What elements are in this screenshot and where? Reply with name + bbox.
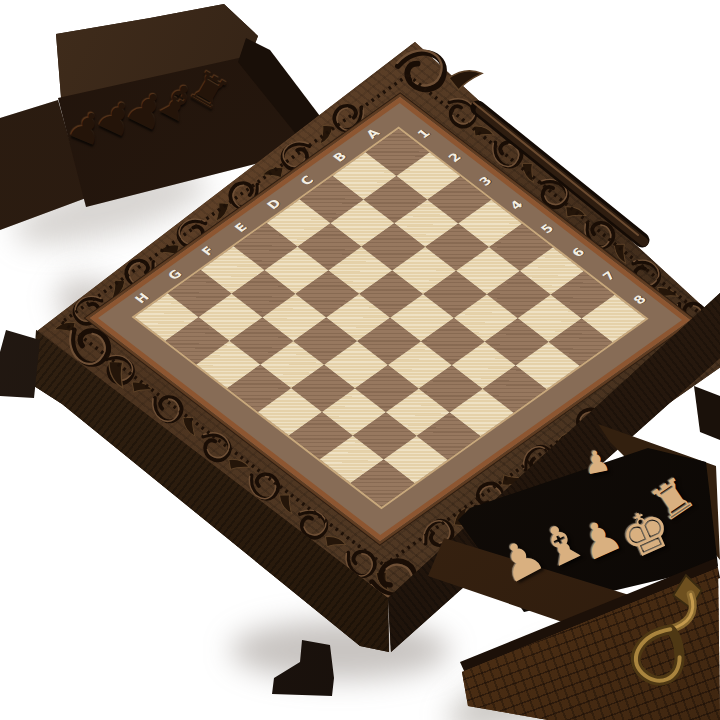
brass-clasp — [620, 560, 720, 700]
file-label-e: E — [231, 221, 250, 235]
file-label-c: C — [297, 173, 316, 188]
product-photo-stage: 12345678ABCDEFGH ♟♟♟♝♜♟♟♝♟♚♜ — [0, 0, 720, 720]
file-label-g: G — [165, 267, 185, 282]
file-label-d: D — [264, 196, 284, 211]
rank-label-5: 5 — [538, 221, 557, 235]
rank-label-2: 2 — [445, 150, 464, 164]
rank-label-6: 6 — [569, 245, 588, 259]
rank-label-3: 3 — [476, 174, 495, 188]
rank-label-7: 7 — [599, 269, 618, 283]
rank-label-1: 1 — [414, 127, 433, 141]
file-label-b: B — [330, 150, 350, 165]
file-label-h: H — [132, 290, 153, 305]
file-label-a: A — [363, 126, 383, 141]
file-label-f: F — [198, 244, 217, 258]
light-pawn-piece: ♟ — [580, 445, 613, 480]
rank-label-4: 4 — [507, 198, 526, 212]
rank-label-8: 8 — [630, 293, 649, 307]
